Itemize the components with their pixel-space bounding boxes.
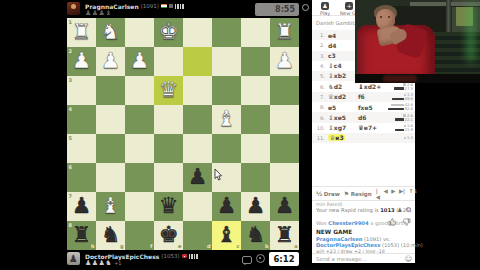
captured-pawn: ♟ xyxy=(92,10,98,17)
white-figurine-bishop: ♝ xyxy=(328,72,334,80)
game-controls: ½ Draw ⚑ Resign |◀◀▶▶|↑↓ xyxy=(312,186,415,201)
white-player-link[interactable]: PragnnaCarlsen xyxy=(316,236,362,242)
green-light-glow xyxy=(467,4,475,62)
move-nav: |◀◀▶▶|↑↓ xyxy=(376,188,418,200)
square-d5[interactable] xyxy=(183,134,212,163)
white-figurine-bishop: ♝ xyxy=(328,124,334,132)
square-f7[interactable] xyxy=(125,192,154,221)
white-pawn: ♟ xyxy=(67,47,96,76)
move-number: 11. xyxy=(312,135,325,141)
session-bars xyxy=(175,4,184,9)
flip-board-icon[interactable]: ↑↓ xyxy=(409,188,418,200)
black-move[interactable]: d6 xyxy=(355,114,385,121)
move-number: 8. xyxy=(312,104,325,110)
captured-pawn: ♟ xyxy=(92,260,98,267)
square-g5[interactable] xyxy=(96,134,125,163)
black-pawn: ♟ xyxy=(67,192,96,221)
mouse-cursor xyxy=(214,169,223,181)
white-clock: 8:55 xyxy=(255,3,299,16)
resign-label: Resign xyxy=(351,191,372,197)
chat-input[interactable]: Send a message... xyxy=(312,256,405,262)
square-f4[interactable] xyxy=(125,105,154,134)
move-number: 3. xyxy=(312,53,325,59)
square-f2[interactable]: ♟ xyxy=(125,47,154,76)
white-move[interactable]: ♝xe5 xyxy=(325,114,355,122)
white-figurine-bishop: ♝ xyxy=(328,114,334,122)
opponent-link[interactable]: Chesster9904 xyxy=(328,220,368,226)
captured-pieces-tray: ♟♟♟♞+1 xyxy=(85,260,122,267)
left-eye xyxy=(380,16,382,18)
square-g7[interactable]: ♝ xyxy=(96,192,125,221)
badge-icon xyxy=(169,4,173,8)
new-game-black: DoctorPlaysEpicChess (1053) (10 min) xyxy=(316,242,423,248)
black-pawn: ♟ xyxy=(270,192,299,221)
prev-move-icon[interactable]: ◀ xyxy=(383,188,387,200)
chess-board[interactable]: 1♜♞♚♜2♟♟♟♟3♛4♝56♟7♟♝♛♟♟♟8h♜g♞fe♚dc♝b♞a♜ xyxy=(67,18,299,250)
square-b3[interactable] xyxy=(241,76,270,105)
move-time: 27.3 xyxy=(394,87,413,91)
square-c1[interactable] xyxy=(212,18,241,47)
white-move[interactable]: ♞d2 xyxy=(325,83,355,91)
new-game-white: PragnnaCarlsen (1091) vs. xyxy=(316,236,390,242)
move-row-10: 10.♝xg7♛e7+1.621.9 xyxy=(312,123,415,133)
move-row-9: 9.♝xe5d62.622.1 xyxy=(312,112,415,122)
half-point-icon: ½ xyxy=(316,190,322,197)
square-d8[interactable]: d xyxy=(183,221,212,250)
new-game-heading: NEW GAME xyxy=(316,229,352,235)
avatar-statue: ♟ xyxy=(67,252,80,265)
move-row-8: 8.e5fxe542.892.6 xyxy=(312,102,415,112)
last-move-icon[interactable]: ▶| xyxy=(399,188,405,200)
draw-label: Draw xyxy=(324,191,340,197)
square-c8[interactable]: c♝ xyxy=(212,221,241,250)
square-c5[interactable] xyxy=(212,134,241,163)
square-e7[interactable]: ♛ xyxy=(154,192,183,221)
square-h3[interactable]: 3 xyxy=(67,76,96,105)
black-knight: ♞ xyxy=(241,221,270,250)
white-knight: ♞ xyxy=(96,18,125,47)
square-c3[interactable] xyxy=(212,76,241,105)
square-a8[interactable]: a♜ xyxy=(270,221,299,250)
white-bishop: ♝ xyxy=(96,192,125,221)
square-h6[interactable]: 6 xyxy=(67,163,96,192)
player-rating: (1091) xyxy=(141,3,159,9)
webcam-overlay xyxy=(355,0,480,83)
black-move[interactable]: fxe5 xyxy=(355,104,385,111)
play-pawn-icon: ♟ xyxy=(321,2,329,10)
black-move[interactable]: ♝xd2+ xyxy=(355,83,385,91)
captured-pieces-tray: ♟♟♟♝ xyxy=(85,10,112,17)
white-move[interactable]: ♝c4 xyxy=(325,62,355,70)
square-h8[interactable]: 8h♜ xyxy=(67,221,96,250)
square-f6[interactable] xyxy=(125,163,154,192)
square-g6[interactable] xyxy=(96,163,125,192)
black-figurine-queen: ♛ xyxy=(358,124,364,132)
square-a7[interactable]: ♟ xyxy=(270,192,299,221)
chat-bar: Send a message... ☺ xyxy=(312,253,415,265)
white-figurine-queen: ♛ xyxy=(330,134,336,142)
square-e5[interactable] xyxy=(154,134,183,163)
move-number: 5. xyxy=(312,73,325,79)
square-a1[interactable]: ♜ xyxy=(270,18,299,47)
black-player-link[interactable]: DoctorPlaysEpicChess xyxy=(316,242,380,248)
square-e2[interactable] xyxy=(154,47,183,76)
session-bars xyxy=(189,254,198,259)
tab-label: Play xyxy=(320,11,330,16)
move-time: 1.3 xyxy=(404,136,413,140)
avatar-face xyxy=(71,4,76,9)
square-g2[interactable]: ♟ xyxy=(96,47,125,76)
thumbs-down-icon[interactable] xyxy=(402,218,411,227)
white-move[interactable]: e5 xyxy=(325,104,355,111)
material-advantage: +1 xyxy=(114,260,121,267)
square-e1[interactable]: ♚ xyxy=(154,18,183,47)
square-f1[interactable] xyxy=(125,18,154,47)
move-number: 9. xyxy=(312,115,325,121)
black-bishop: ♝ xyxy=(212,221,241,250)
white-move[interactable]: ♛xd2 xyxy=(325,93,355,101)
move-number: 2. xyxy=(312,42,325,48)
white-figurine-knight: ♞ xyxy=(328,83,334,91)
rank-label-3: 3 xyxy=(69,78,72,83)
black-rook: ♜ xyxy=(270,221,299,250)
black-pawn: ♟ xyxy=(183,163,212,192)
captured-pawn: ♟ xyxy=(85,10,91,17)
square-c4[interactable]: ♝ xyxy=(212,105,241,134)
white-figurine-queen: ♛ xyxy=(328,93,334,101)
square-e8[interactable]: e♚ xyxy=(154,221,183,250)
thumbs-up-icon[interactable] xyxy=(388,217,397,226)
black-move[interactable]: ♛e7+ xyxy=(355,124,385,132)
white-bishop: ♝ xyxy=(212,105,241,134)
move-number: 4. xyxy=(312,63,325,69)
square-e6[interactable] xyxy=(154,163,183,192)
tab-play[interactable]: ♟ Play xyxy=(320,0,330,15)
white-move[interactable]: ♝xb2 xyxy=(325,72,355,80)
black-clock: 6:12 xyxy=(269,252,299,266)
square-f8[interactable]: f xyxy=(125,221,154,250)
square-a4[interactable] xyxy=(270,105,299,134)
square-g8[interactable]: g♞ xyxy=(96,221,125,250)
captured-pawn: ♟ xyxy=(99,10,105,17)
move-number: 7. xyxy=(312,94,325,100)
right-eye xyxy=(388,16,390,18)
square-b6[interactable] xyxy=(241,163,270,192)
smiley-icon[interactable]: ☺ xyxy=(405,255,415,263)
square-h5[interactable]: 5 xyxy=(67,134,96,163)
square-b1[interactable] xyxy=(241,18,270,47)
square-h4[interactable]: 4 xyxy=(67,105,96,134)
move-row-11: 11.♛e31.3 xyxy=(312,133,415,143)
square-d1[interactable] xyxy=(183,18,212,47)
move-time: 21.9 xyxy=(395,128,413,132)
square-e4[interactable] xyxy=(154,105,183,134)
rank-label-4: 4 xyxy=(69,107,72,112)
white-move[interactable]: d4 xyxy=(325,42,355,49)
white-move[interactable]: ♛e3 xyxy=(325,134,355,142)
white-pawn: ♟ xyxy=(125,47,154,76)
desk-red-reflection xyxy=(383,75,417,82)
pawn-icon[interactable]: ♟ xyxy=(397,206,402,213)
move-row-7: 7.♛xd2f61.339.6 xyxy=(312,92,415,102)
draw-button[interactable]: ½ Draw xyxy=(316,190,340,197)
white-move[interactable]: e4 xyxy=(325,32,355,39)
black-king: ♚ xyxy=(154,221,183,250)
white-move[interactable]: c3 xyxy=(325,52,355,59)
captured-pawn: ♟ xyxy=(99,260,105,267)
square-c2[interactable] xyxy=(212,47,241,76)
move-number: 10. xyxy=(312,125,325,131)
square-b4[interactable] xyxy=(241,105,270,134)
black-pawn: ♟ xyxy=(241,192,270,221)
captured-bishop: ♝ xyxy=(105,10,111,17)
chat-bubble-icon[interactable] xyxy=(242,256,252,264)
black-knight: ♞ xyxy=(96,221,125,250)
square-b5[interactable] xyxy=(241,134,270,163)
plus-icon: + xyxy=(345,2,353,10)
move-time: 92.6 xyxy=(388,107,413,111)
first-move-icon[interactable]: |◀ xyxy=(376,188,380,200)
settings-gear-icon[interactable] xyxy=(256,254,265,263)
white-rook: ♜ xyxy=(67,18,96,47)
square-e3[interactable]: ♛ xyxy=(154,76,183,105)
white-rook: ♜ xyxy=(270,18,299,47)
desk-strip xyxy=(355,74,480,83)
square-b2[interactable] xyxy=(241,47,270,76)
black-queen: ♛ xyxy=(154,192,183,221)
square-h1[interactable]: 1♜ xyxy=(67,18,96,47)
white-pawn: ♟ xyxy=(270,47,299,76)
square-a3[interactable] xyxy=(270,76,299,105)
square-h7[interactable]: 7♟ xyxy=(67,192,96,221)
square-d2[interactable] xyxy=(183,47,212,76)
move-number: 6. xyxy=(312,84,325,90)
white-pawn: ♟ xyxy=(96,47,125,76)
move-row-6: 6.♞d2♝xd2+2.627.3 xyxy=(312,81,415,91)
square-d7[interactable] xyxy=(183,192,212,221)
square-f5[interactable] xyxy=(125,134,154,163)
captured-knight: ♞ xyxy=(105,260,111,267)
white-queen: ♛ xyxy=(154,76,183,105)
avatar xyxy=(67,2,80,15)
file-label-d: d xyxy=(207,244,211,249)
file-label-f: f xyxy=(150,244,152,249)
square-a6[interactable] xyxy=(270,163,299,192)
white-king: ♚ xyxy=(154,18,183,47)
white-figurine-bishop: ♝ xyxy=(328,62,334,70)
black-move[interactable]: f6 xyxy=(355,93,385,100)
rank-label-6: 6 xyxy=(69,165,72,170)
black-rook: ♜ xyxy=(67,221,96,250)
square-b7[interactable]: ♟ xyxy=(241,192,270,221)
white-move[interactable]: ♝xg7 xyxy=(325,124,355,132)
captured-pawn: ♟ xyxy=(85,260,91,267)
square-g3[interactable] xyxy=(96,76,125,105)
square-d3[interactable] xyxy=(183,76,212,105)
new-rating: 1013 xyxy=(380,207,394,213)
square-b8[interactable]: b♞ xyxy=(241,221,270,250)
gear-icon[interactable] xyxy=(302,4,309,11)
next-move-icon[interactable]: ▶ xyxy=(391,188,395,200)
red-badge-icon xyxy=(182,254,187,258)
move-number: 1. xyxy=(312,32,325,38)
move-time: 22.1 xyxy=(395,118,413,122)
rank-label-5: 5 xyxy=(69,136,72,141)
india-flag-icon xyxy=(161,4,167,8)
square-g4[interactable] xyxy=(96,105,125,134)
player-rating: (1053) xyxy=(161,253,179,259)
square-d6[interactable]: ♟ xyxy=(183,163,212,192)
square-g1[interactable]: ♞ xyxy=(96,18,125,47)
square-h2[interactable]: 2♟ xyxy=(67,47,96,76)
resign-flag-icon: ⚑ xyxy=(344,190,349,197)
black-pawn: ♟ xyxy=(212,192,241,221)
move-time: 39.6 xyxy=(392,97,413,101)
resign-button[interactable]: ⚑ Resign xyxy=(344,190,372,197)
square-a5[interactable] xyxy=(270,134,299,163)
avatar: ♟ xyxy=(67,252,80,265)
square-d4[interactable] xyxy=(183,105,212,134)
square-f3[interactable] xyxy=(125,76,154,105)
square-a2[interactable]: ♟ xyxy=(270,47,299,76)
square-c7[interactable]: ♟ xyxy=(212,192,241,221)
black-figurine-bishop: ♝ xyxy=(358,83,364,91)
circle-icon[interactable] xyxy=(406,207,411,212)
